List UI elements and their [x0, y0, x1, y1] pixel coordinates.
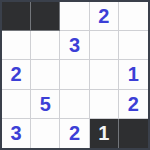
cell-r1c4[interactable]: 2 — [90, 2, 119, 31]
cell-r2c3[interactable]: 3 — [60, 31, 89, 60]
cell-r5c3[interactable]: 2 — [60, 119, 89, 148]
cell-r4c2[interactable]: 5 — [31, 90, 60, 119]
cell-r3c1[interactable]: 2 — [2, 60, 31, 89]
cell-r2c4[interactable] — [90, 31, 119, 60]
cell-r5c2[interactable] — [31, 119, 60, 148]
cell-r4c3[interactable] — [60, 90, 89, 119]
cell-r4c1[interactable] — [2, 90, 31, 119]
cell-r3c3[interactable] — [60, 60, 89, 89]
puzzle-board: 232152321 — [0, 0, 150, 150]
cell-r2c2[interactable] — [31, 31, 60, 60]
cell-r4c5[interactable]: 2 — [119, 90, 148, 119]
cell-r1c1[interactable] — [2, 2, 31, 31]
cell-r5c4[interactable]: 1 — [90, 119, 119, 148]
cell-r2c5[interactable] — [119, 31, 148, 60]
cell-r1c3[interactable] — [60, 2, 89, 31]
cell-r5c5[interactable] — [119, 119, 148, 148]
cell-r3c4[interactable] — [90, 60, 119, 89]
cell-r1c2[interactable] — [31, 2, 60, 31]
cell-r2c1[interactable] — [2, 31, 31, 60]
cell-r4c4[interactable] — [90, 90, 119, 119]
cell-r1c5[interactable] — [119, 2, 148, 31]
cell-r3c2[interactable] — [31, 60, 60, 89]
cell-r3c5[interactable]: 1 — [119, 60, 148, 89]
cell-r5c1[interactable]: 3 — [2, 119, 31, 148]
